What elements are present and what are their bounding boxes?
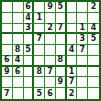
cell-r8c5[interactable] <box>45 77 56 88</box>
cell-r9c7[interactable]: 2 <box>67 88 78 99</box>
cell-r4c5[interactable] <box>45 34 56 45</box>
cell-r5c8[interactable]: 7 <box>77 45 88 56</box>
cell-r1c8[interactable] <box>77 2 88 13</box>
cell-r5c7[interactable]: 4 <box>67 45 78 56</box>
cell-r3c6[interactable]: 7 <box>56 24 67 35</box>
cell-r3c2[interactable] <box>13 24 24 35</box>
cell-r5c4[interactable] <box>34 45 45 56</box>
cell-r3c5[interactable]: 2 <box>45 24 56 35</box>
cell-r1c7[interactable] <box>67 2 78 13</box>
cell-r6c6[interactable]: 8 <box>56 56 67 67</box>
cell-r8c2[interactable] <box>13 77 24 88</box>
cell-r7c7[interactable]: 1 <box>67 67 78 78</box>
cell-r3c3[interactable]: 3 <box>24 24 35 35</box>
cell-r2c1[interactable] <box>2 13 13 24</box>
cell-r1c6[interactable]: 5 <box>56 2 67 13</box>
cell-r9c8[interactable] <box>77 88 88 99</box>
cell-r2c3[interactable]: 4 <box>24 13 35 24</box>
cell-r7c8[interactable] <box>77 67 88 78</box>
cell-r7c6[interactable] <box>56 67 67 78</box>
cell-r5c3[interactable]: 5 <box>24 45 35 56</box>
cell-r6c1[interactable]: 6 <box>2 56 13 67</box>
cell-r4c8[interactable]: 3 <box>77 34 88 45</box>
cell-r2c2[interactable] <box>13 13 24 24</box>
cell-r9c4[interactable]: 5 <box>34 88 45 99</box>
cell-r4c1[interactable] <box>2 34 13 45</box>
cell-r9c2[interactable] <box>13 88 24 99</box>
cell-r8c3[interactable] <box>24 77 35 88</box>
cell-r5c1[interactable] <box>2 45 13 56</box>
cell-r8c6[interactable]: 9 <box>56 77 67 88</box>
cell-r3c1[interactable] <box>2 24 13 35</box>
cell-r6c2[interactable]: 4 <box>13 56 24 67</box>
cell-r6c3[interactable] <box>24 56 35 67</box>
cell-r2c5[interactable] <box>45 13 56 24</box>
cell-r9c5[interactable]: 6 <box>45 88 56 99</box>
cell-r5c2[interactable]: 8 <box>13 45 24 56</box>
cell-r1c9[interactable]: 2 <box>88 2 99 13</box>
cell-r3c8[interactable]: 1 <box>77 24 88 35</box>
cell-r9c6[interactable] <box>56 88 67 99</box>
cell-r2c4[interactable]: 1 <box>34 13 45 24</box>
cell-r6c4[interactable] <box>34 56 45 67</box>
cell-r7c5[interactable]: 7 <box>45 67 56 78</box>
cell-r1c2[interactable] <box>13 2 24 13</box>
cell-r3c4[interactable] <box>34 24 45 35</box>
cell-r4c4[interactable]: 7 <box>34 34 45 45</box>
cell-r4c6[interactable] <box>56 34 67 45</box>
cell-r2c6[interactable] <box>56 13 67 24</box>
cell-r6c9[interactable] <box>88 56 99 67</box>
cell-r8c9[interactable] <box>88 77 99 88</box>
cell-r1c4[interactable] <box>34 2 45 13</box>
cell-r6c5[interactable] <box>45 56 56 67</box>
sudoku-board: 69524132714735854764896871977562 <box>0 0 101 101</box>
cell-r6c8[interactable] <box>77 56 88 67</box>
cell-r4c9[interactable]: 5 <box>88 34 99 45</box>
cell-r2c9[interactable] <box>88 13 99 24</box>
cell-r8c4[interactable] <box>34 77 45 88</box>
cell-r9c1[interactable]: 7 <box>2 88 13 99</box>
cell-r5c6[interactable] <box>56 45 67 56</box>
cell-r8c8[interactable] <box>77 77 88 88</box>
cell-r4c2[interactable] <box>13 34 24 45</box>
cell-r8c1[interactable] <box>2 77 13 88</box>
cell-r1c3[interactable]: 6 <box>24 2 35 13</box>
cell-r7c3[interactable] <box>24 67 35 78</box>
cell-r8c7[interactable]: 7 <box>67 77 78 88</box>
cell-r1c5[interactable]: 9 <box>45 2 56 13</box>
cell-r5c9[interactable] <box>88 45 99 56</box>
cell-r4c7[interactable] <box>67 34 78 45</box>
cell-r6c7[interactable] <box>67 56 78 67</box>
cell-r2c8[interactable] <box>77 13 88 24</box>
cell-r2c7[interactable] <box>67 13 78 24</box>
cell-r5c5[interactable] <box>45 45 56 56</box>
cell-r4c3[interactable] <box>24 34 35 45</box>
cell-r9c3[interactable] <box>24 88 35 99</box>
cell-r9c9[interactable] <box>88 88 99 99</box>
cell-r7c1[interactable]: 9 <box>2 67 13 78</box>
cell-r1c1[interactable] <box>2 2 13 13</box>
cell-r3c7[interactable] <box>67 24 78 35</box>
cell-r7c4[interactable]: 8 <box>34 67 45 78</box>
cell-r3c9[interactable]: 4 <box>88 24 99 35</box>
cell-r7c2[interactable]: 6 <box>13 67 24 78</box>
cell-r7c9[interactable] <box>88 67 99 78</box>
